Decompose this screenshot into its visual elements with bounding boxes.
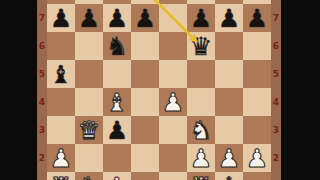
square-b5[interactable]	[75, 60, 103, 88]
piece-black-king-e8[interactable]: ♚	[159, 0, 187, 4]
square-c2[interactable]	[103, 144, 131, 172]
piece-white-pawn-h2[interactable]: ♟	[243, 144, 271, 172]
piece-white-knight-f3[interactable]: ♞	[187, 116, 215, 144]
piece-black-pawn-a7[interactable]: ♟	[47, 4, 75, 32]
rank-label-right-7: 7	[271, 4, 281, 32]
square-e1[interactable]	[159, 172, 187, 180]
piece-white-pawn-a2[interactable]: ♟	[47, 144, 75, 172]
rank-label-right-4: 4	[271, 88, 281, 116]
rank-label-right-2: 2	[271, 144, 281, 172]
square-b6[interactable]	[75, 32, 103, 60]
square-d4[interactable]	[131, 88, 159, 116]
rank-label-right-6: 6	[271, 32, 281, 60]
piece-black-queen-f6[interactable]: ♛	[187, 32, 215, 60]
piece-white-pawn-e4[interactable]: ♟	[159, 88, 187, 116]
rank-label-right-5: 5	[271, 60, 281, 88]
square-a6[interactable]	[47, 32, 75, 60]
piece-black-pawn-f7[interactable]: ♟	[187, 4, 215, 32]
square-h1[interactable]	[243, 172, 271, 180]
piece-white-bishop-c1[interactable]: ♝	[103, 172, 131, 180]
square-e2[interactable]	[159, 144, 187, 172]
square-c5[interactable]	[103, 60, 131, 88]
square-h6[interactable]	[243, 32, 271, 60]
square-g4[interactable]	[215, 88, 243, 116]
square-a3[interactable]	[47, 116, 75, 144]
square-e7[interactable]	[159, 4, 187, 32]
rank-label-left-6: 6	[37, 32, 47, 60]
piece-black-pawn-h7[interactable]: ♟	[243, 4, 271, 32]
rank-label-left-2: 2	[37, 144, 47, 172]
square-g3[interactable]	[215, 116, 243, 144]
piece-black-bishop-a5[interactable]: ♝	[47, 60, 75, 88]
piece-white-rook-a1[interactable]: ♜	[47, 172, 75, 180]
rank-label-left-3: 3	[37, 116, 47, 144]
square-e6[interactable]	[159, 32, 187, 60]
square-b4[interactable]	[75, 88, 103, 116]
chess-app-canvas: 765432 765432 ♜♝♚♞♜♟♟♟♟♟♟♟♞♛♝♝♟♛♟♞♟♟♟♟♜♞…	[0, 0, 320, 180]
square-e5[interactable]	[159, 60, 187, 88]
piece-black-pawn-g7[interactable]: ♟	[215, 4, 243, 32]
square-h4[interactable]	[243, 88, 271, 116]
square-a4[interactable]	[47, 88, 75, 116]
chess-board: ♜♝♚♞♜♟♟♟♟♟♟♟♞♛♝♝♟♛♟♞♟♟♟♟♜♞♝♜♚	[47, 0, 271, 180]
piece-black-pawn-b7[interactable]: ♟	[75, 4, 103, 32]
square-e3[interactable]	[159, 116, 187, 144]
rank-label-band-right: 765432	[271, 0, 281, 180]
rank-label-left-4: 4	[37, 88, 47, 116]
square-h3[interactable]	[243, 116, 271, 144]
piece-white-king-g1[interactable]: ♚	[215, 172, 243, 180]
rank-label-left-5: 5	[37, 60, 47, 88]
square-f5[interactable]	[187, 60, 215, 88]
square-d5[interactable]	[131, 60, 159, 88]
piece-white-pawn-f2[interactable]: ♟	[187, 144, 215, 172]
piece-white-queen-b3[interactable]: ♛	[75, 116, 103, 144]
square-f4[interactable]	[187, 88, 215, 116]
piece-white-rook-f1[interactable]: ♜	[187, 172, 215, 180]
square-d3[interactable]	[131, 116, 159, 144]
piece-white-knight-b1[interactable]: ♞	[75, 172, 103, 180]
square-b2[interactable]	[75, 144, 103, 172]
rank-label-left-7: 7	[37, 4, 47, 32]
rank-label-right-3: 3	[271, 116, 281, 144]
square-d6[interactable]	[131, 32, 159, 60]
square-g6[interactable]	[215, 32, 243, 60]
square-d2[interactable]	[131, 144, 159, 172]
piece-white-pawn-g2[interactable]: ♟	[215, 144, 243, 172]
piece-black-pawn-c3[interactable]: ♟	[103, 116, 131, 144]
piece-black-pawn-d7[interactable]: ♟	[131, 4, 159, 32]
rank-label-band-left: 765432	[37, 0, 47, 180]
piece-black-knight-c6[interactable]: ♞	[103, 32, 131, 60]
square-d1[interactable]	[131, 172, 159, 180]
square-h5[interactable]	[243, 60, 271, 88]
piece-white-bishop-c4[interactable]: ♝	[103, 88, 131, 116]
square-g5[interactable]	[215, 60, 243, 88]
piece-black-pawn-c7[interactable]: ♟	[103, 4, 131, 32]
